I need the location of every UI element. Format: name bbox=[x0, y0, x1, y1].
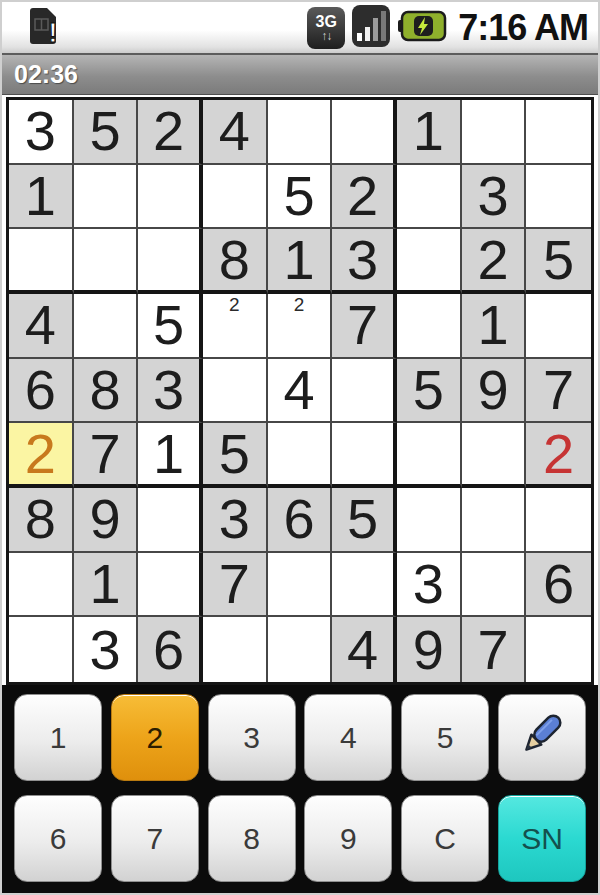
cell-r1c0[interactable]: 1 bbox=[9, 165, 74, 230]
cell-r1c5[interactable]: 2 bbox=[332, 165, 397, 230]
cell-r7c0[interactable] bbox=[9, 553, 74, 618]
cell-r5c5[interactable] bbox=[332, 423, 397, 488]
cell-value: 2 bbox=[477, 232, 508, 288]
cell-value: 1 bbox=[477, 297, 508, 353]
cell-r6c4[interactable]: 6 bbox=[268, 488, 333, 553]
keypad-button-9[interactable]: 9 bbox=[304, 795, 392, 882]
phone-screen: ! 3G ↑↓ bbox=[0, 0, 600, 895]
pencil-button[interactable] bbox=[498, 694, 586, 781]
cell-r4c1[interactable]: 8 bbox=[74, 359, 139, 424]
cell-value: 5 bbox=[219, 426, 250, 482]
cell-r6c3[interactable]: 3 bbox=[203, 488, 268, 553]
cell-r2c0[interactable] bbox=[9, 229, 74, 294]
cell-r3c0[interactable]: 4 bbox=[9, 294, 74, 359]
cell-r8c4[interactable] bbox=[268, 617, 333, 682]
cell-r0c5[interactable] bbox=[332, 100, 397, 165]
cell-value: 9 bbox=[413, 622, 444, 678]
cell-r0c6[interactable]: 1 bbox=[397, 100, 462, 165]
cell-r4c3[interactable] bbox=[203, 359, 268, 424]
cell-value: 3 bbox=[25, 103, 56, 159]
data-3g-label: 3G bbox=[316, 14, 337, 30]
keypad-button-3[interactable]: 3 bbox=[208, 694, 296, 781]
board-area: 3524115238132545227168345972715289365173… bbox=[2, 95, 598, 685]
cell-value: 5 bbox=[543, 232, 574, 288]
cell-r4c0[interactable]: 6 bbox=[9, 359, 74, 424]
cell-r1c2[interactable] bbox=[138, 165, 203, 230]
cell-r1c6[interactable] bbox=[397, 165, 462, 230]
cell-r6c8[interactable] bbox=[526, 488, 591, 553]
cell-r3c5[interactable]: 7 bbox=[332, 294, 397, 359]
cell-r7c7[interactable] bbox=[462, 553, 527, 618]
cell-value: 3 bbox=[477, 168, 508, 224]
cell-r3c7[interactable]: 1 bbox=[462, 294, 527, 359]
cell-r3c8[interactable] bbox=[526, 294, 591, 359]
cell-value: 7 bbox=[543, 362, 574, 418]
game-timer: 02:36 bbox=[14, 60, 78, 89]
cell-value: 5 bbox=[347, 491, 378, 547]
cell-r7c8[interactable]: 6 bbox=[526, 553, 591, 618]
cell-r0c3[interactable]: 4 bbox=[203, 100, 268, 165]
cell-value: 8 bbox=[89, 362, 120, 418]
data-3g-icon: 3G ↑↓ bbox=[307, 7, 345, 49]
keypad-row-1: 12345 bbox=[14, 694, 586, 781]
cell-r8c1[interactable]: 3 bbox=[74, 617, 139, 682]
cell-value: 7 bbox=[89, 426, 120, 482]
cell-r1c7[interactable]: 3 bbox=[462, 165, 527, 230]
cell-r8c8[interactable] bbox=[526, 617, 591, 682]
data-arrows-icon: ↑↓ bbox=[321, 30, 331, 42]
keypad-button-2[interactable]: 2 bbox=[111, 694, 199, 781]
cell-r2c4[interactable]: 1 bbox=[268, 229, 333, 294]
cell-value: 3 bbox=[89, 622, 120, 678]
cell-r5c0[interactable]: 2 bbox=[9, 423, 74, 488]
cell-r3c2[interactable]: 5 bbox=[138, 294, 203, 359]
cell-r3c1[interactable] bbox=[74, 294, 139, 359]
cell-value: 5 bbox=[283, 168, 314, 224]
cell-value: 1 bbox=[153, 426, 184, 482]
keypad-button-4[interactable]: 4 bbox=[304, 694, 392, 781]
cell-r1c1[interactable] bbox=[74, 165, 139, 230]
cell-r1c3[interactable] bbox=[203, 165, 268, 230]
cell-r8c2[interactable]: 6 bbox=[138, 617, 203, 682]
cell-r6c2[interactable] bbox=[138, 488, 203, 553]
cell-r4c8[interactable]: 7 bbox=[526, 359, 591, 424]
cell-value: 8 bbox=[219, 232, 250, 288]
cell-value: 6 bbox=[543, 556, 574, 612]
battery-charging-icon bbox=[397, 9, 447, 47]
cell-value: 2 bbox=[347, 168, 378, 224]
cell-r2c6[interactable] bbox=[397, 229, 462, 294]
cell-r5c3[interactable]: 5 bbox=[203, 423, 268, 488]
cell-r3c6[interactable] bbox=[397, 294, 462, 359]
cell-r2c2[interactable] bbox=[138, 229, 203, 294]
cell-value: 5 bbox=[413, 362, 444, 418]
keypad-button-8[interactable]: 8 bbox=[208, 795, 296, 882]
cell-r4c5[interactable] bbox=[332, 359, 397, 424]
cell-value: 9 bbox=[89, 491, 120, 547]
keypad-button-5[interactable]: 5 bbox=[401, 694, 489, 781]
cell-r0c0[interactable]: 3 bbox=[9, 100, 74, 165]
cell-r6c7[interactable] bbox=[462, 488, 527, 553]
cell-r2c3[interactable]: 8 bbox=[203, 229, 268, 294]
cell-r4c6[interactable]: 5 bbox=[397, 359, 462, 424]
cell-value: 4 bbox=[25, 297, 56, 353]
cell-r2c5[interactable]: 3 bbox=[332, 229, 397, 294]
cell-r8c5[interactable]: 4 bbox=[332, 617, 397, 682]
pencil-note: 2 bbox=[203, 295, 266, 314]
cell-r0c2[interactable]: 2 bbox=[138, 100, 203, 165]
cell-r8c3[interactable] bbox=[203, 617, 268, 682]
cell-r5c2[interactable]: 1 bbox=[138, 423, 203, 488]
cell-r4c4[interactable]: 4 bbox=[268, 359, 333, 424]
keypad-button-7[interactable]: 7 bbox=[111, 795, 199, 882]
cell-r0c4[interactable] bbox=[268, 100, 333, 165]
cell-r0c1[interactable]: 5 bbox=[74, 100, 139, 165]
cell-r8c6[interactable]: 9 bbox=[397, 617, 462, 682]
cell-r1c4[interactable]: 5 bbox=[268, 165, 333, 230]
cell-value: 1 bbox=[413, 103, 444, 159]
cell-r4c2[interactable]: 3 bbox=[138, 359, 203, 424]
cell-r6c1[interactable]: 9 bbox=[74, 488, 139, 553]
cell-value: 8 bbox=[25, 491, 56, 547]
cell-r6c5[interactable]: 5 bbox=[332, 488, 397, 553]
cell-r7c1[interactable]: 1 bbox=[74, 553, 139, 618]
cell-value: 2 bbox=[153, 103, 184, 159]
svg-text:!: ! bbox=[48, 17, 57, 47]
cell-r0c7[interactable] bbox=[462, 100, 527, 165]
cell-value: 4 bbox=[347, 622, 378, 678]
cell-value: 5 bbox=[153, 297, 184, 353]
cell-r6c0[interactable]: 8 bbox=[9, 488, 74, 553]
signal-strength-icon bbox=[352, 5, 390, 51]
cell-r7c6[interactable]: 3 bbox=[397, 553, 462, 618]
cell-value: 9 bbox=[477, 362, 508, 418]
cell-value: 5 bbox=[89, 103, 120, 159]
cell-r1c8[interactable] bbox=[526, 165, 591, 230]
cell-value: 1 bbox=[89, 556, 120, 612]
cell-r2c1[interactable] bbox=[74, 229, 139, 294]
pencil-note: 2 bbox=[268, 295, 331, 314]
cell-value: 4 bbox=[283, 362, 314, 418]
sn-button[interactable]: SN bbox=[498, 795, 586, 882]
keypad-button-1[interactable]: 1 bbox=[14, 694, 102, 781]
cell-value: 2 bbox=[543, 426, 574, 482]
cell-r7c3[interactable]: 7 bbox=[203, 553, 268, 618]
keypad-button-6[interactable]: 6 bbox=[14, 795, 102, 882]
cell-r3c4[interactable]: 2 bbox=[268, 294, 333, 359]
cell-r6c6[interactable] bbox=[397, 488, 462, 553]
cell-value: 2 bbox=[25, 426, 56, 482]
cell-r5c8[interactable]: 2 bbox=[526, 423, 591, 488]
sim-missing-icon: ! bbox=[26, 5, 64, 51]
cell-value: 3 bbox=[153, 362, 184, 418]
keypad-row-2: 6789CSN bbox=[14, 795, 586, 882]
cell-value: 3 bbox=[347, 232, 378, 288]
cell-value: 3 bbox=[219, 491, 250, 547]
timer-bar: 02:36 bbox=[2, 55, 598, 95]
status-clock: 7:16 AM bbox=[454, 7, 588, 49]
cell-value: 6 bbox=[153, 622, 184, 678]
sudoku-board: 3524115238132545227168345972715289365173… bbox=[6, 97, 594, 685]
cell-r7c4[interactable] bbox=[268, 553, 333, 618]
clear-button[interactable]: C bbox=[401, 795, 489, 882]
cell-value: 4 bbox=[219, 103, 250, 159]
keypad: 12345 6789CSN bbox=[2, 685, 598, 893]
cell-r2c7[interactable]: 2 bbox=[462, 229, 527, 294]
cell-r8c0[interactable] bbox=[9, 617, 74, 682]
cell-r7c2[interactable] bbox=[138, 553, 203, 618]
cell-r5c4[interactable] bbox=[268, 423, 333, 488]
cell-value: 6 bbox=[25, 362, 56, 418]
cell-r3c3[interactable]: 2 bbox=[203, 294, 268, 359]
status-bar: ! 3G ↑↓ bbox=[2, 2, 598, 55]
cell-r2c8[interactable]: 5 bbox=[526, 229, 591, 294]
cell-r8c7[interactable]: 7 bbox=[462, 617, 527, 682]
cell-r5c1[interactable]: 7 bbox=[74, 423, 139, 488]
cell-value: 1 bbox=[25, 168, 56, 224]
cell-r5c6[interactable] bbox=[397, 423, 462, 488]
cell-value: 7 bbox=[347, 297, 378, 353]
cell-value: 7 bbox=[219, 556, 250, 612]
cell-value: 1 bbox=[283, 232, 314, 288]
cell-r5c7[interactable] bbox=[462, 423, 527, 488]
cell-r0c8[interactable] bbox=[526, 100, 591, 165]
cell-value: 7 bbox=[477, 622, 508, 678]
cell-r7c5[interactable] bbox=[332, 553, 397, 618]
cell-r4c7[interactable]: 9 bbox=[462, 359, 527, 424]
cell-value: 3 bbox=[413, 556, 444, 612]
cell-value: 6 bbox=[283, 491, 314, 547]
pencil-icon bbox=[515, 707, 569, 768]
